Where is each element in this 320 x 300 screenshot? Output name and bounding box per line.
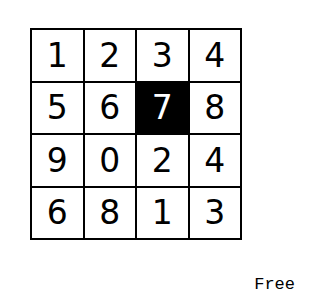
grid-cell[interactable]: 4 [189, 134, 242, 187]
grid-cell[interactable]: 0 [84, 134, 137, 187]
grid-cell[interactable]: 1 [31, 29, 84, 82]
free-label: Free [254, 276, 295, 293]
grid-cell[interactable]: 2 [136, 134, 189, 187]
grid-cell[interactable]: 2 [84, 29, 137, 82]
grid-cell[interactable]: 6 [84, 82, 137, 135]
grid-cell[interactable]: 4 [189, 29, 242, 82]
grid-cell[interactable]: 6 [31, 187, 84, 240]
grid-cell[interactable]: 3 [189, 187, 242, 240]
grid-cell-highlighted[interactable]: 7 [136, 82, 189, 135]
grid-cell[interactable]: 8 [84, 187, 137, 240]
grid-cell[interactable]: 9 [31, 134, 84, 187]
grid-cell[interactable]: 3 [136, 29, 189, 82]
grid-cell[interactable]: 1 [136, 187, 189, 240]
number-grid-board: 1 2 3 4 5 6 7 8 9 0 2 4 6 8 1 3 [30, 28, 242, 240]
grid-cell[interactable]: 5 [31, 82, 84, 135]
grid-cell[interactable]: 8 [189, 82, 242, 135]
